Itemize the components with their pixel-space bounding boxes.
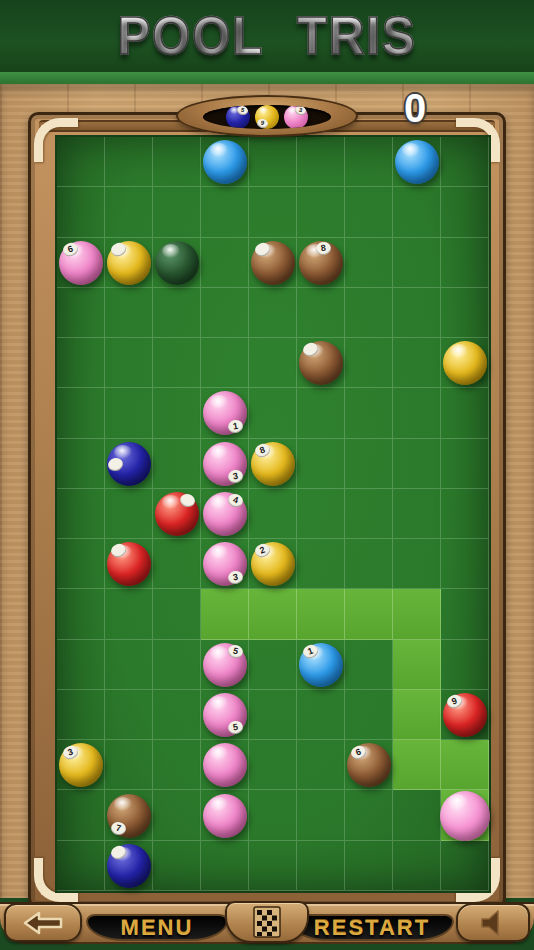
red-ball-2-9[interactable] [107, 542, 151, 586]
ball-number-badge [107, 456, 125, 472]
green-ball-3-3[interactable] [155, 241, 199, 285]
red-ball-9-12[interactable]: 9 [443, 693, 487, 737]
ball-number-badge: 3 [227, 569, 244, 584]
ball-number-badge: 5 [236, 105, 249, 116]
brown-ball-6-3[interactable]: 8 [299, 241, 343, 285]
pink-ball-9-14[interactable] [440, 791, 490, 841]
pink-ball-4-11[interactable]: 5 [203, 643, 247, 687]
yellow-ball-5-7[interactable]: 8 [251, 442, 295, 486]
ball-number-badge: 3 [61, 743, 80, 760]
ball-number-badge: 7 [109, 821, 126, 837]
restart-button[interactable]: RESTART [290, 914, 454, 941]
ball-number-badge [253, 241, 272, 258]
next-balls-slot: 593 [203, 105, 331, 129]
ball-number-badge [109, 844, 128, 861]
brown-ball-7-13[interactable]: 6 [347, 743, 391, 787]
bottom-toolbar: MENU RESTART [0, 900, 534, 950]
brown-ball-2-14[interactable]: 7 [107, 794, 151, 838]
restart-button-label: RESTART [314, 915, 430, 941]
ball-number-badge: 6 [349, 743, 368, 760]
mini-board-button[interactable] [225, 901, 309, 943]
next-balls-tray: 593 [176, 95, 358, 137]
app-title: POOL TRIS [117, 6, 416, 66]
ball-number-badge: 1 [227, 419, 244, 434]
sound-button[interactable] [456, 903, 530, 942]
yellow-ball-5-9[interactable]: 2 [251, 542, 295, 586]
score-value: 0 [388, 86, 442, 131]
yellow-ball-2-3[interactable] [107, 241, 151, 285]
back-button[interactable] [4, 903, 82, 942]
yellow-ball-9-5[interactable] [443, 341, 487, 385]
pink-ball-4-12[interactable]: 5 [203, 693, 247, 737]
mini-board-icon [253, 906, 281, 938]
ball-number-badge: 1 [301, 643, 320, 660]
ball-number-badge: 6 [61, 241, 80, 258]
app-header: POOL TRIS [0, 0, 534, 72]
navy-ball-2-7[interactable] [107, 442, 151, 486]
ball-number-badge [301, 341, 320, 358]
blue-ball-6-11[interactable]: 1 [299, 643, 343, 687]
pink-ball-4-9[interactable]: 3 [203, 542, 247, 586]
board-frame: 681384325159367 [28, 112, 506, 908]
ball-number-badge: 8 [253, 442, 272, 459]
pink-ball-1-3[interactable]: 6 [59, 241, 103, 285]
ball-number-badge: 9 [256, 118, 269, 129]
ball-number-badge: 4 [227, 492, 245, 508]
game-screen: POOL TRIS 681384325159367 593 0 MENU RES… [0, 0, 534, 950]
back-arrow-icon [22, 910, 64, 936]
ball-number-badge [109, 241, 128, 258]
ball-number-badge [179, 492, 197, 508]
red-ball-3-8[interactable] [155, 492, 199, 536]
ball-number-badge: 2 [253, 542, 272, 559]
menu-button-label: MENU [121, 915, 194, 941]
brown-ball-5-3[interactable] [251, 241, 295, 285]
yellow-ball-1-13[interactable]: 3 [59, 743, 103, 787]
menu-button[interactable]: MENU [86, 914, 228, 941]
ball-layer: 681384325159367 [57, 137, 489, 891]
pink-ball-4-7[interactable]: 3 [203, 442, 247, 486]
next-navy-ball: 5 [226, 105, 250, 129]
ball-number-badge [109, 542, 128, 559]
blue-ball-8-1[interactable] [395, 140, 439, 184]
speaker-icon [478, 909, 508, 937]
ball-number-badge: 5 [227, 720, 244, 735]
pink-ball-4-14[interactable] [203, 794, 247, 838]
ball-number-badge: 8 [315, 241, 332, 256]
navy-ball-2-15[interactable] [107, 844, 151, 888]
blue-ball-4-1[interactable] [203, 140, 247, 184]
ball-number-badge: 9 [445, 693, 464, 710]
next-yellow-ball: 9 [255, 105, 279, 129]
pink-ball-4-13[interactable] [203, 743, 247, 787]
brown-ball-6-5[interactable] [299, 341, 343, 385]
pink-ball-4-6[interactable]: 1 [203, 391, 247, 435]
ball-number-badge: 3 [227, 469, 244, 484]
pink-ball-4-8[interactable]: 4 [203, 492, 247, 536]
ball-number-badge: 3 [294, 105, 307, 116]
board: 681384325159367 [55, 135, 491, 893]
next-pink-ball: 3 [284, 105, 308, 129]
ball-number-badge: 5 [227, 643, 245, 659]
